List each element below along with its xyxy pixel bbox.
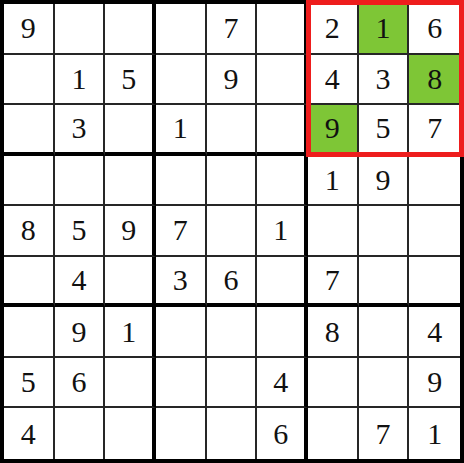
cell-r7c5[interactable] — [207, 307, 258, 358]
cell-r3c5[interactable] — [207, 105, 258, 156]
cell-r3c6[interactable] — [257, 105, 308, 156]
cell-r4c6[interactable] — [257, 156, 308, 207]
cell-r9c8[interactable]: 7 — [359, 408, 410, 459]
cell-r1c9[interactable]: 6 — [409, 4, 460, 55]
cell-r3c3[interactable] — [105, 105, 156, 156]
cell-r4c5[interactable] — [207, 156, 258, 207]
cell-r1c5[interactable]: 7 — [207, 4, 258, 55]
cell-r6c3[interactable] — [105, 257, 156, 308]
cell-r9c6[interactable]: 6 — [257, 408, 308, 459]
cell-r5c6[interactable]: 1 — [257, 206, 308, 257]
cell-r6c9[interactable] — [409, 257, 460, 308]
cell-r6c6[interactable] — [257, 257, 308, 308]
cell-r6c4[interactable]: 3 — [156, 257, 207, 308]
cell-r7c6[interactable] — [257, 307, 308, 358]
cell-r9c7[interactable] — [308, 408, 359, 459]
cell-r9c1[interactable]: 4 — [4, 408, 55, 459]
cell-r4c1[interactable] — [4, 156, 55, 207]
cell-r9c2[interactable] — [55, 408, 106, 459]
cell-r2c1[interactable] — [4, 55, 55, 106]
cell-r2c4[interactable] — [156, 55, 207, 106]
cell-r8c1[interactable]: 5 — [4, 358, 55, 409]
cell-r9c9[interactable]: 1 — [409, 408, 460, 459]
cell-r6c8[interactable] — [359, 257, 410, 308]
cell-r1c7[interactable]: 2 — [308, 4, 359, 55]
cell-r3c1[interactable] — [4, 105, 55, 156]
sudoku-board: 972161594383195719859714367918456494671 — [0, 0, 464, 463]
cell-r2c9[interactable]: 8 — [409, 55, 460, 106]
cell-r4c7[interactable]: 1 — [308, 156, 359, 207]
cell-r7c8[interactable] — [359, 307, 410, 358]
cell-r5c1[interactable]: 8 — [4, 206, 55, 257]
cell-r6c7[interactable]: 7 — [308, 257, 359, 308]
cell-r2c2[interactable]: 1 — [55, 55, 106, 106]
cell-r5c4[interactable]: 7 — [156, 206, 207, 257]
cell-r5c9[interactable] — [409, 206, 460, 257]
cell-r6c5[interactable]: 6 — [207, 257, 258, 308]
cell-r1c2[interactable] — [55, 4, 106, 55]
cell-r4c4[interactable] — [156, 156, 207, 207]
cell-r5c8[interactable] — [359, 206, 410, 257]
cell-r4c3[interactable] — [105, 156, 156, 207]
cell-r5c5[interactable] — [207, 206, 258, 257]
cell-r5c3[interactable]: 9 — [105, 206, 156, 257]
cell-r7c4[interactable] — [156, 307, 207, 358]
cell-r7c9[interactable]: 4 — [409, 307, 460, 358]
cell-r7c1[interactable] — [4, 307, 55, 358]
cell-r2c7[interactable]: 4 — [308, 55, 359, 106]
cell-r9c4[interactable] — [156, 408, 207, 459]
cell-r8c8[interactable] — [359, 358, 410, 409]
cell-r1c3[interactable] — [105, 4, 156, 55]
cell-r7c3[interactable]: 1 — [105, 307, 156, 358]
cell-r4c2[interactable] — [55, 156, 106, 207]
cell-r5c7[interactable] — [308, 206, 359, 257]
cell-r9c3[interactable] — [105, 408, 156, 459]
cell-r2c6[interactable] — [257, 55, 308, 106]
cell-r4c9[interactable] — [409, 156, 460, 207]
cell-r4c8[interactable]: 9 — [359, 156, 410, 207]
cell-r3c9[interactable]: 7 — [409, 105, 460, 156]
cell-r3c4[interactable]: 1 — [156, 105, 207, 156]
cell-r2c8[interactable]: 3 — [359, 55, 410, 106]
cell-r3c7[interactable]: 9 — [308, 105, 359, 156]
cell-r2c3[interactable]: 5 — [105, 55, 156, 106]
cell-r8c6[interactable]: 4 — [257, 358, 308, 409]
cell-r1c4[interactable] — [156, 4, 207, 55]
cell-r7c2[interactable]: 9 — [55, 307, 106, 358]
cell-r8c7[interactable] — [308, 358, 359, 409]
cell-r9c5[interactable] — [207, 408, 258, 459]
cell-r3c2[interactable]: 3 — [55, 105, 106, 156]
cell-r8c3[interactable] — [105, 358, 156, 409]
cell-r3c8[interactable]: 5 — [359, 105, 410, 156]
cell-r6c2[interactable]: 4 — [55, 257, 106, 308]
cell-r5c2[interactable]: 5 — [55, 206, 106, 257]
cell-r1c8[interactable]: 1 — [359, 4, 410, 55]
cell-r8c2[interactable]: 6 — [55, 358, 106, 409]
cell-r8c5[interactable] — [207, 358, 258, 409]
cell-r8c9[interactable]: 9 — [409, 358, 460, 409]
cell-r7c7[interactable]: 8 — [308, 307, 359, 358]
cell-r2c5[interactable]: 9 — [207, 55, 258, 106]
cell-r1c1[interactable]: 9 — [4, 4, 55, 55]
cell-r1c6[interactable] — [257, 4, 308, 55]
cell-r6c1[interactable] — [4, 257, 55, 308]
cell-r8c4[interactable] — [156, 358, 207, 409]
